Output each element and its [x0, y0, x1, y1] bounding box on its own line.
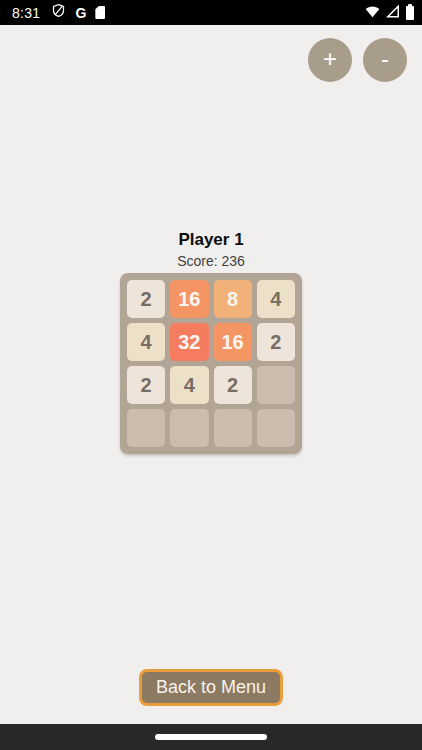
score-text: Score: 236	[0, 253, 422, 269]
tile-32: 32	[170, 323, 208, 361]
tile-4: 4	[257, 280, 295, 318]
back-to-menu-button[interactable]: Back to Menu	[139, 669, 283, 706]
decrease-button[interactable]: -	[363, 38, 407, 82]
empty-cell	[257, 409, 295, 447]
sd-card-icon	[95, 6, 105, 19]
empty-cell	[127, 409, 165, 447]
tile-2: 2	[127, 366, 165, 404]
tile-2: 2	[214, 366, 252, 404]
player-name: Player 1	[0, 230, 422, 250]
tile-8: 8	[214, 280, 252, 318]
increase-button[interactable]: +	[308, 38, 352, 82]
gesture-handle[interactable]	[155, 734, 267, 740]
wifi-icon	[365, 4, 380, 22]
cell-signal-icon	[386, 4, 400, 22]
clock: 8:31	[12, 5, 40, 21]
tile-4: 4	[127, 323, 165, 361]
shield-slash-icon	[51, 3, 66, 22]
status-bar-right-icons	[365, 4, 414, 22]
size-controls: + -	[308, 38, 407, 82]
tile-16: 16	[214, 323, 252, 361]
tile-2: 2	[127, 280, 165, 318]
tile-4: 4	[170, 366, 208, 404]
empty-cell	[257, 366, 295, 404]
tile-2: 2	[257, 323, 295, 361]
google-g-icon: G	[75, 6, 86, 20]
empty-cell	[170, 409, 208, 447]
status-bar-left-icons: G	[51, 3, 105, 22]
tile-16: 16	[170, 280, 208, 318]
board[interactable]: 21684432162242	[120, 273, 302, 454]
status-bar: 8:31 G	[0, 0, 422, 25]
battery-icon	[406, 6, 414, 20]
empty-cell	[214, 409, 252, 447]
navigation-bar	[0, 724, 422, 750]
player-header: Player 1 Score: 236	[0, 230, 422, 269]
phone-screen: 8:31 G	[0, 0, 422, 750]
